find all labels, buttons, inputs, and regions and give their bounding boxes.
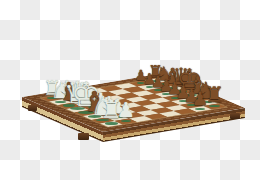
piece-white-rook[interactable]: ♜ (94, 96, 129, 124)
chess-set-photo: ♜♞♝♛♚♝♞♜♟♟♟♟♟♟♟♟♟♟♟♟♟♟♟♟♜♞♝♛♚♝♞♜ (0, 0, 260, 180)
board-foot-left (28, 105, 37, 111)
board-foot-front (78, 133, 89, 140)
piece-black-pawn[interactable]: ♟ (187, 89, 213, 109)
board-foot-right (230, 113, 240, 119)
